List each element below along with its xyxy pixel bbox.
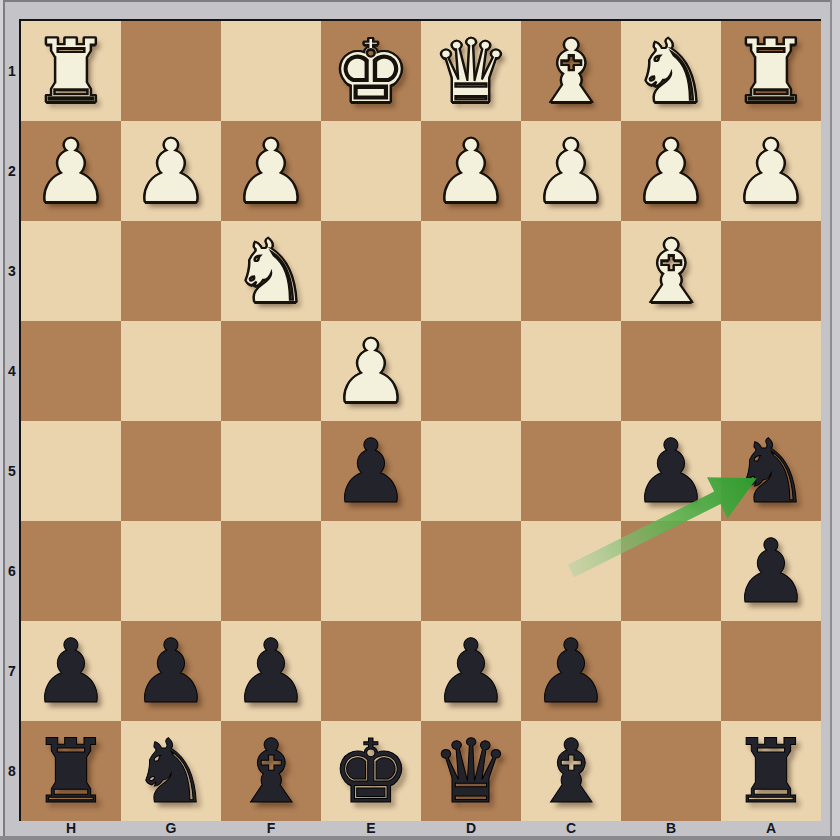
square-d8[interactable]: ♛ <box>421 721 521 821</box>
window-bevel-top <box>0 0 840 2</box>
square-e2[interactable] <box>321 121 421 221</box>
square-g7[interactable]: ♟ <box>121 621 221 721</box>
white-rook[interactable]: ♜ <box>721 22 821 122</box>
square-f5[interactable] <box>221 421 321 521</box>
chess-board: ♜♚♛♝♞♜♟♟♟♟♟♟♟♞♝♟♟♟♞♟♟♟♟♟♟♜♞♝♚♛♝♜ <box>19 19 821 821</box>
file-label-d: D <box>421 820 521 836</box>
square-g8[interactable]: ♞ <box>121 721 221 821</box>
file-labels: HGFEDCBA <box>21 820 821 836</box>
white-pawn[interactable]: ♟ <box>121 122 221 222</box>
black-king[interactable]: ♚ <box>321 722 421 822</box>
black-pawn[interactable]: ♟ <box>21 622 121 722</box>
square-f1[interactable] <box>221 21 321 121</box>
file-label-g: G <box>121 820 221 836</box>
square-h5[interactable] <box>21 421 121 521</box>
square-c1[interactable]: ♝ <box>521 21 621 121</box>
rank-label-7: 7 <box>5 621 19 721</box>
square-c4[interactable] <box>521 321 621 421</box>
rank-label-3: 3 <box>5 221 19 321</box>
square-b2[interactable]: ♟ <box>621 121 721 221</box>
square-a3[interactable] <box>721 221 821 321</box>
square-g3[interactable] <box>121 221 221 321</box>
square-e4[interactable]: ♟ <box>321 321 421 421</box>
white-pawn[interactable]: ♟ <box>321 322 421 422</box>
square-g1[interactable] <box>121 21 221 121</box>
square-e1[interactable]: ♚ <box>321 21 421 121</box>
square-e7[interactable] <box>321 621 421 721</box>
white-pawn[interactable]: ♟ <box>21 122 121 222</box>
window-bevel-left-highlight <box>0 0 3 840</box>
square-d4[interactable] <box>421 321 521 421</box>
square-f2[interactable]: ♟ <box>221 121 321 221</box>
black-pawn[interactable]: ♟ <box>621 422 721 522</box>
file-label-b: B <box>621 820 721 836</box>
square-b1[interactable]: ♞ <box>621 21 721 121</box>
rank-label-4: 4 <box>5 321 19 421</box>
rank-label-8: 8 <box>5 721 19 821</box>
square-d6[interactable] <box>421 521 521 621</box>
square-f7[interactable]: ♟ <box>221 621 321 721</box>
window-bevel-right-highlight <box>832 0 840 840</box>
white-pawn[interactable]: ♟ <box>721 122 821 222</box>
square-a5[interactable]: ♞ <box>721 421 821 521</box>
square-h7[interactable]: ♟ <box>21 621 121 721</box>
square-f6[interactable] <box>221 521 321 621</box>
white-king[interactable]: ♚ <box>321 22 421 122</box>
black-pawn[interactable]: ♟ <box>321 422 421 522</box>
black-pawn[interactable]: ♟ <box>721 522 821 622</box>
black-pawn[interactable]: ♟ <box>221 622 321 722</box>
square-b3[interactable]: ♝ <box>621 221 721 321</box>
white-bishop[interactable]: ♝ <box>621 222 721 322</box>
square-f3[interactable]: ♞ <box>221 221 321 321</box>
white-knight[interactable]: ♞ <box>621 22 721 122</box>
square-b7[interactable] <box>621 621 721 721</box>
black-pawn[interactable]: ♟ <box>121 622 221 722</box>
white-pawn[interactable]: ♟ <box>621 122 721 222</box>
square-g5[interactable] <box>121 421 221 521</box>
square-c5[interactable] <box>521 421 621 521</box>
square-d3[interactable] <box>421 221 521 321</box>
square-d2[interactable]: ♟ <box>421 121 521 221</box>
square-d1[interactable]: ♛ <box>421 21 521 121</box>
square-b5[interactable]: ♟ <box>621 421 721 521</box>
black-knight[interactable]: ♞ <box>121 722 221 822</box>
square-c7[interactable]: ♟ <box>521 621 621 721</box>
white-bishop[interactable]: ♝ <box>521 22 621 122</box>
square-a4[interactable] <box>721 321 821 421</box>
white-pawn[interactable]: ♟ <box>521 122 621 222</box>
rank-label-2: 2 <box>5 121 19 221</box>
rank-label-5: 5 <box>5 421 19 521</box>
white-pawn[interactable]: ♟ <box>421 122 521 222</box>
black-rook[interactable]: ♜ <box>21 722 121 822</box>
square-c2[interactable]: ♟ <box>521 121 621 221</box>
square-g6[interactable] <box>121 521 221 621</box>
square-f4[interactable] <box>221 321 321 421</box>
square-e8[interactable]: ♚ <box>321 721 421 821</box>
square-g2[interactable]: ♟ <box>121 121 221 221</box>
square-c3[interactable] <box>521 221 621 321</box>
square-h1[interactable]: ♜ <box>21 21 121 121</box>
black-pawn[interactable]: ♟ <box>421 622 521 722</box>
black-rook[interactable]: ♜ <box>721 722 821 822</box>
square-h3[interactable] <box>21 221 121 321</box>
white-queen[interactable]: ♛ <box>421 22 521 122</box>
black-bishop[interactable]: ♝ <box>521 722 621 822</box>
square-b8[interactable] <box>621 721 721 821</box>
square-e5[interactable]: ♟ <box>321 421 421 521</box>
square-e3[interactable] <box>321 221 421 321</box>
chessbase-board-window: 12345678 ♜♚♛♝♞♜♟♟♟♟♟♟♟♞♝♟♟♟♞♟♟♟♟♟♟♜♞♝♚♛♝… <box>0 0 840 840</box>
rank-label-6: 6 <box>5 521 19 621</box>
square-a7[interactable] <box>721 621 821 721</box>
square-g4[interactable] <box>121 321 221 421</box>
square-a1[interactable]: ♜ <box>721 21 821 121</box>
square-c6[interactable] <box>521 521 621 621</box>
square-e6[interactable] <box>321 521 421 621</box>
file-label-a: A <box>721 820 821 836</box>
square-d7[interactable]: ♟ <box>421 621 521 721</box>
square-h4[interactable] <box>21 321 121 421</box>
square-h2[interactable]: ♟ <box>21 121 121 221</box>
white-pawn[interactable]: ♟ <box>221 122 321 222</box>
black-bishop[interactable]: ♝ <box>221 722 321 822</box>
file-label-c: C <box>521 820 621 836</box>
black-queen[interactable]: ♛ <box>421 722 521 822</box>
square-a8[interactable]: ♜ <box>721 721 821 821</box>
black-pawn[interactable]: ♟ <box>521 622 621 722</box>
white-rook[interactable]: ♜ <box>21 22 121 122</box>
square-h6[interactable] <box>21 521 121 621</box>
square-b6[interactable] <box>621 521 721 621</box>
rank-labels: 12345678 <box>5 21 19 821</box>
square-a6[interactable]: ♟ <box>721 521 821 621</box>
black-knight[interactable]: ♞ <box>721 422 821 522</box>
square-d5[interactable] <box>421 421 521 521</box>
square-f8[interactable]: ♝ <box>221 721 321 821</box>
square-a2[interactable]: ♟ <box>721 121 821 221</box>
rank-label-1: 1 <box>5 21 19 121</box>
file-label-h: H <box>21 820 121 836</box>
file-label-e: E <box>321 820 421 836</box>
square-c8[interactable]: ♝ <box>521 721 621 821</box>
window-bevel-bottom <box>0 836 840 840</box>
white-knight[interactable]: ♞ <box>221 222 321 322</box>
window-bevel-right <box>830 0 832 840</box>
square-b4[interactable] <box>621 321 721 421</box>
file-label-f: F <box>221 820 321 836</box>
square-h8[interactable]: ♜ <box>21 721 121 821</box>
